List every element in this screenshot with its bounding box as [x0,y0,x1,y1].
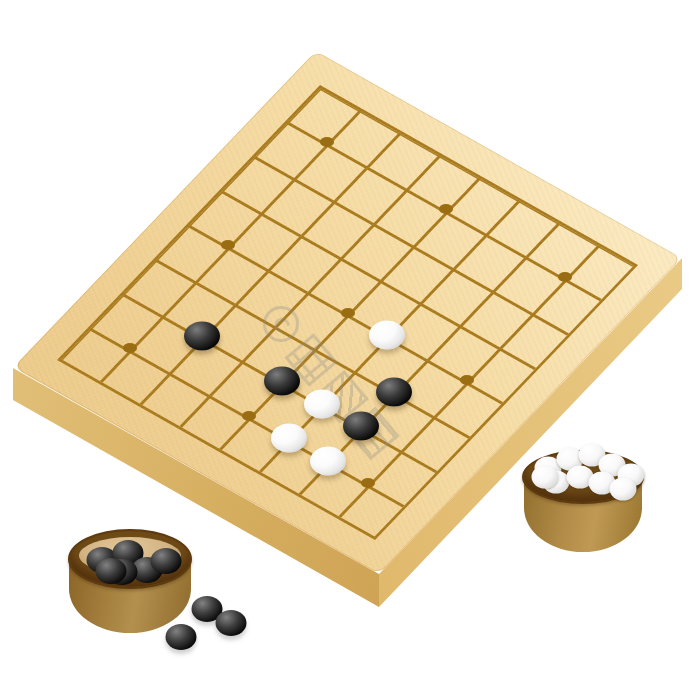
white-stone[interactable] [310,446,346,475]
go-scene: C [0,0,700,700]
black-stone[interactable] [264,367,300,396]
star-point [439,204,453,214]
loose-black-stone [166,624,197,650]
bowl-white-stone [532,466,559,489]
bowl-black-stone [96,558,127,584]
star-point [242,411,256,421]
black-stone[interactable] [343,412,379,441]
star-point [221,240,235,250]
white-stone[interactable] [271,424,307,453]
star-point [460,375,474,385]
star-point [341,308,355,318]
bowl-black-stone [151,548,182,574]
star-point [558,272,572,282]
star-point [361,478,375,488]
black-stone[interactable] [376,377,412,406]
white-stone[interactable] [304,389,340,418]
bowl-white-stone [610,478,637,501]
star-point [320,137,334,147]
loose-black-stone [216,610,247,636]
star-point [123,343,137,353]
white-stone[interactable] [369,321,405,350]
black-stone[interactable] [184,322,220,351]
